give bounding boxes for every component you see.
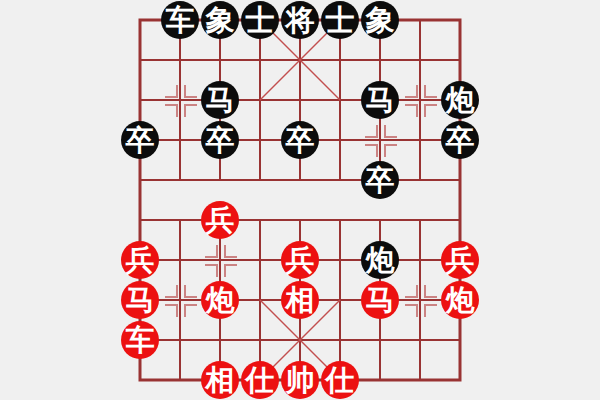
board-point: 炮 xyxy=(360,240,400,280)
point-marker-corner xyxy=(365,144,378,157)
piece-red-soldier[interactable]: 兵 xyxy=(201,201,239,239)
board-point: 象 xyxy=(360,0,400,40)
point-marker-corner xyxy=(184,285,197,298)
piece-red-general[interactable]: 帅 xyxy=(281,361,319,399)
point-marker xyxy=(400,80,440,120)
board-point: 马 xyxy=(360,280,400,320)
board-point: 仕 xyxy=(320,360,360,400)
piece-red-cannon[interactable]: 炮 xyxy=(201,281,239,319)
board-point: 卒 xyxy=(280,120,320,160)
board-point: 兵 xyxy=(120,240,160,280)
point-marker-corner xyxy=(205,245,218,258)
board-point: 炮 xyxy=(200,280,240,320)
point-marker xyxy=(160,280,200,320)
piece-black-horse[interactable]: 马 xyxy=(201,81,239,119)
board-point: 相 xyxy=(280,280,320,320)
piece-black-advisor[interactable]: 士 xyxy=(241,1,279,39)
board-point: 士 xyxy=(320,0,360,40)
point-marker-corner xyxy=(165,285,178,298)
piece-black-horse[interactable]: 马 xyxy=(361,81,399,119)
point-marker-corner xyxy=(184,85,197,98)
board-point: 炮 xyxy=(440,80,480,120)
piece-black-soldier[interactable]: 卒 xyxy=(281,121,319,159)
board-point: 士 xyxy=(240,0,280,40)
board-point: 象 xyxy=(200,0,240,40)
point-marker-corner xyxy=(405,285,418,298)
board-point: 卒 xyxy=(360,160,400,200)
piece-black-elephant[interactable]: 象 xyxy=(361,1,399,39)
point-marker-corner xyxy=(224,264,237,277)
point-marker-corner xyxy=(205,264,218,277)
piece-red-soldier[interactable]: 兵 xyxy=(281,241,319,279)
piece-red-soldier[interactable]: 兵 xyxy=(441,241,479,279)
point-marker-corner xyxy=(365,125,378,138)
board-point: 马 xyxy=(120,280,160,320)
point-marker-corner xyxy=(184,304,197,317)
board-point: 卒 xyxy=(440,120,480,160)
board-point: 兵 xyxy=(280,240,320,280)
point-marker-corner xyxy=(384,125,397,138)
piece-black-chariot[interactable]: 车 xyxy=(161,1,199,39)
board-point: 卒 xyxy=(120,120,160,160)
piece-red-elephant[interactable]: 相 xyxy=(281,281,319,319)
piece-red-soldier[interactable]: 兵 xyxy=(121,241,159,279)
piece-red-horse[interactable]: 马 xyxy=(361,281,399,319)
point-marker-corner xyxy=(405,304,418,317)
point-marker-corner xyxy=(224,245,237,258)
board-point: 炮 xyxy=(440,280,480,320)
point-marker-corner xyxy=(384,144,397,157)
point-marker-corner xyxy=(424,85,437,98)
piece-black-advisor[interactable]: 士 xyxy=(321,1,359,39)
point-marker-corner xyxy=(405,85,418,98)
xiangqi-board: 车象士将士象马马炮卒卒卒卒卒炮兵兵兵兵马炮相马炮车相仕帅仕 xyxy=(0,0,600,400)
piece-red-horse[interactable]: 马 xyxy=(121,281,159,319)
piece-black-cannon[interactable]: 炮 xyxy=(361,241,399,279)
piece-black-cannon[interactable]: 炮 xyxy=(441,81,479,119)
point-marker-corner xyxy=(424,104,437,117)
piece-black-soldier[interactable]: 卒 xyxy=(441,121,479,159)
piece-black-soldier[interactable]: 卒 xyxy=(361,161,399,199)
board-points-grid: 车象士将士象马马炮卒卒卒卒卒炮兵兵兵兵马炮相马炮车相仕帅仕 xyxy=(120,0,480,400)
piece-red-advisor[interactable]: 仕 xyxy=(321,361,359,399)
board-point: 马 xyxy=(200,80,240,120)
xiangqi-diagram: 车象士将士象马马炮卒卒卒卒卒炮兵兵兵兵马炮相马炮车相仕帅仕 xyxy=(0,0,600,400)
board-point: 帅 xyxy=(280,360,320,400)
point-marker-corner xyxy=(165,85,178,98)
point-marker-corner xyxy=(165,104,178,117)
piece-black-general[interactable]: 将 xyxy=(281,1,319,39)
board-point: 兵 xyxy=(200,200,240,240)
point-marker xyxy=(360,120,400,160)
piece-black-elephant[interactable]: 象 xyxy=(201,1,239,39)
point-marker-corner xyxy=(165,304,178,317)
piece-black-soldier[interactable]: 卒 xyxy=(121,121,159,159)
board-point: 仕 xyxy=(240,360,280,400)
point-marker xyxy=(160,80,200,120)
board-point: 兵 xyxy=(440,240,480,280)
board-point: 马 xyxy=(360,80,400,120)
point-marker xyxy=(200,240,240,280)
board-point: 车 xyxy=(160,0,200,40)
piece-red-elephant[interactable]: 相 xyxy=(201,361,239,399)
piece-red-chariot[interactable]: 车 xyxy=(121,321,159,359)
board-point: 车 xyxy=(120,320,160,360)
board-point: 将 xyxy=(280,0,320,40)
point-marker-corner xyxy=(184,104,197,117)
piece-red-advisor[interactable]: 仕 xyxy=(241,361,279,399)
piece-red-cannon[interactable]: 炮 xyxy=(441,281,479,319)
point-marker-corner xyxy=(405,104,418,117)
piece-black-soldier[interactable]: 卒 xyxy=(201,121,239,159)
board-point: 相 xyxy=(200,360,240,400)
point-marker-corner xyxy=(424,285,437,298)
board-point: 卒 xyxy=(200,120,240,160)
point-marker-corner xyxy=(424,304,437,317)
point-marker xyxy=(400,280,440,320)
